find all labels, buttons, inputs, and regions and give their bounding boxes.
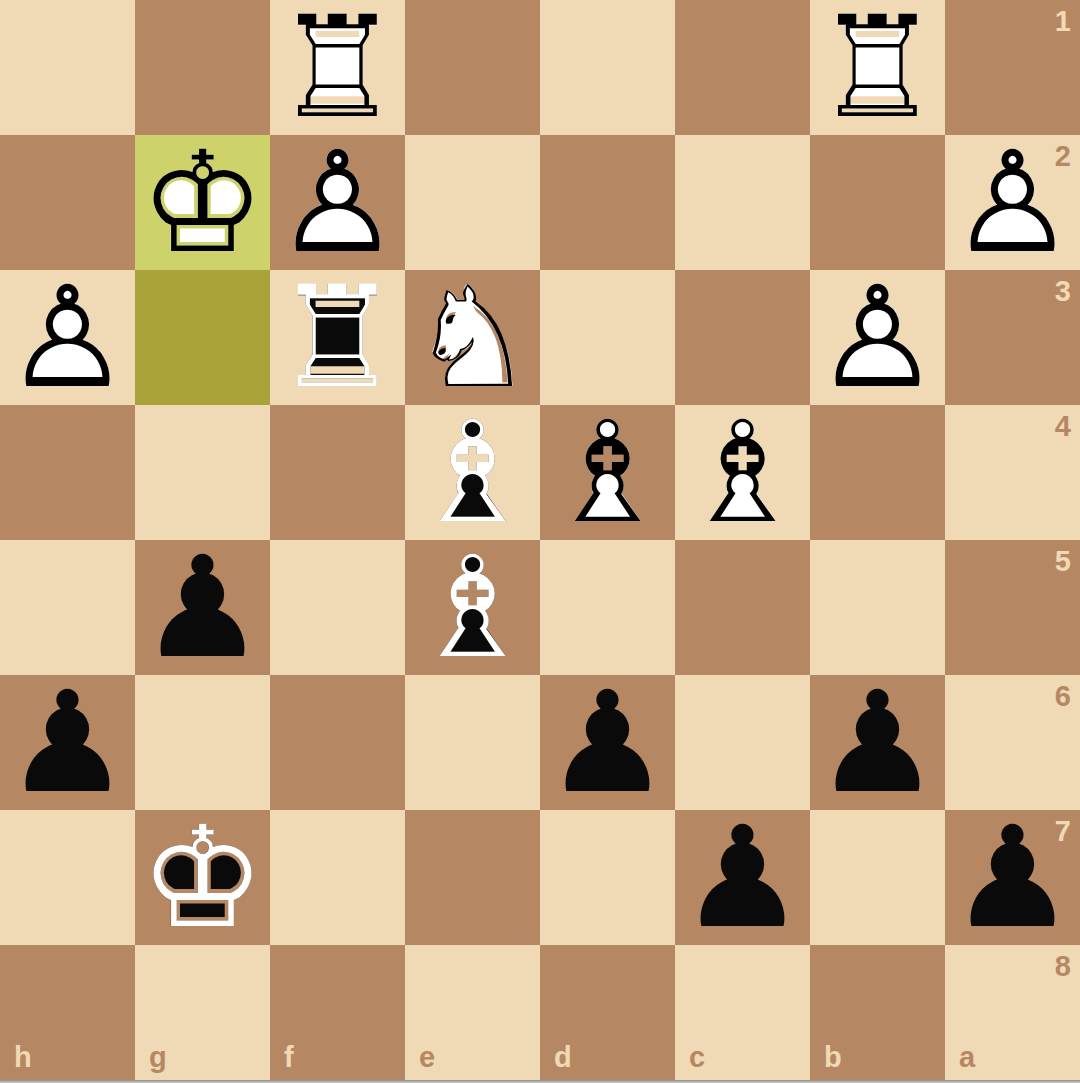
square-c5[interactable] — [675, 540, 810, 675]
file-label-g: g — [149, 1043, 167, 1072]
square-h4[interactable] — [0, 405, 135, 540]
file-label-c: c — [689, 1043, 705, 1072]
square-c1[interactable] — [675, 0, 810, 135]
white-pawn[interactable]: ♟♙ — [810, 270, 945, 405]
square-h7[interactable] — [0, 810, 135, 945]
square-d4[interactable]: ♝♗ — [540, 405, 675, 540]
square-c6[interactable] — [675, 675, 810, 810]
file-label-b: b — [824, 1043, 842, 1072]
square-c8[interactable]: c — [675, 945, 810, 1080]
white-rook-outline: ♖ — [815, 0, 941, 138]
white-pawn[interactable]: ♟♙ — [0, 270, 135, 405]
square-g4[interactable] — [135, 405, 270, 540]
square-f4[interactable] — [270, 405, 405, 540]
square-b1[interactable]: ♜♖ — [810, 0, 945, 135]
white-king[interactable]: ♚♔ — [135, 135, 270, 270]
black-rook-outline: ♖ — [275, 268, 401, 408]
black-bishop-outline: ♗ — [410, 538, 536, 678]
white-pawn[interactable]: ♟♙ — [945, 135, 1080, 270]
black-bishop[interactable]: ♝♗ — [405, 405, 540, 540]
black-pawn[interactable]: ♟ — [0, 675, 135, 810]
square-d5[interactable] — [540, 540, 675, 675]
square-h1[interactable] — [0, 0, 135, 135]
black-pawn-glyph: ♟ — [545, 673, 671, 813]
square-b4[interactable] — [810, 405, 945, 540]
white-bishop-outline: ♗ — [680, 403, 806, 543]
square-c3[interactable] — [675, 270, 810, 405]
file-label-e: e — [419, 1043, 435, 1072]
square-e6[interactable] — [405, 675, 540, 810]
black-bishop-outline: ♗ — [410, 403, 536, 543]
square-g1[interactable] — [135, 0, 270, 135]
square-b3[interactable]: ♟♙ — [810, 270, 945, 405]
square-f3[interactable]: ♜♖ — [270, 270, 405, 405]
square-a1[interactable]: 1 — [945, 0, 1080, 135]
square-h8[interactable]: h — [0, 945, 135, 1080]
square-d3[interactable] — [540, 270, 675, 405]
square-f1[interactable]: ♜♖ — [270, 0, 405, 135]
square-e5[interactable]: ♝♗ — [405, 540, 540, 675]
square-f2[interactable]: ♟♙ — [270, 135, 405, 270]
rank-label-3: 3 — [1055, 277, 1071, 306]
square-a5[interactable]: 5 — [945, 540, 1080, 675]
square-g5[interactable]: ♟ — [135, 540, 270, 675]
file-label-h: h — [14, 1043, 32, 1072]
square-g2[interactable]: ♚♔ — [135, 135, 270, 270]
white-rook-outline: ♖ — [275, 0, 401, 138]
rank-label-1: 1 — [1055, 7, 1071, 36]
square-g3[interactable] — [135, 270, 270, 405]
square-c7[interactable]: ♟ — [675, 810, 810, 945]
square-d1[interactable] — [540, 0, 675, 135]
white-bishop[interactable]: ♝♗ — [675, 405, 810, 540]
file-label-d: d — [554, 1043, 572, 1072]
square-e2[interactable] — [405, 135, 540, 270]
black-pawn-glyph: ♟ — [680, 808, 806, 948]
square-e7[interactable] — [405, 810, 540, 945]
rank-label-6: 6 — [1055, 682, 1071, 711]
white-pawn-outline: ♙ — [950, 133, 1076, 273]
file-label-a: a — [959, 1043, 975, 1072]
white-king-outline: ♔ — [140, 133, 266, 273]
square-a7[interactable]: 7♟ — [945, 810, 1080, 945]
file-label-f: f — [284, 1043, 294, 1072]
square-c2[interactable] — [675, 135, 810, 270]
black-pawn-glyph: ♟ — [140, 538, 266, 678]
square-h5[interactable] — [0, 540, 135, 675]
square-h2[interactable] — [0, 135, 135, 270]
square-b7[interactable] — [810, 810, 945, 945]
black-rook[interactable]: ♜♖ — [270, 270, 405, 405]
square-f5[interactable] — [270, 540, 405, 675]
white-knight-outline: ♘ — [410, 268, 536, 408]
black-pawn[interactable]: ♟ — [675, 810, 810, 945]
black-pawn[interactable]: ♟ — [540, 675, 675, 810]
square-c4[interactable]: ♝♗ — [675, 405, 810, 540]
square-e1[interactable] — [405, 0, 540, 135]
square-h3[interactable]: ♟♙ — [0, 270, 135, 405]
rank-label-4: 4 — [1055, 412, 1071, 441]
square-d6[interactable]: ♟ — [540, 675, 675, 810]
square-e8[interactable]: e — [405, 945, 540, 1080]
square-f6[interactable] — [270, 675, 405, 810]
square-g7[interactable]: ♚♔ — [135, 810, 270, 945]
square-b6[interactable]: ♟ — [810, 675, 945, 810]
square-e3[interactable]: ♞♘ — [405, 270, 540, 405]
black-pawn[interactable]: ♟ — [945, 810, 1080, 945]
black-pawn[interactable]: ♟ — [810, 675, 945, 810]
white-rook[interactable]: ♜♖ — [270, 0, 405, 135]
white-knight[interactable]: ♞♘ — [405, 270, 540, 405]
black-pawn-glyph: ♟ — [815, 673, 941, 813]
white-rook[interactable]: ♜♖ — [810, 0, 945, 135]
chess-board-container: ♜♖♜♖1♚♔♟♙2♟♙♟♙♜♖♞♘♟♙3♝♗♝♗♝♗4♟♝♗5♟♟♟6♚♔♟7… — [0, 0, 1080, 1083]
black-king[interactable]: ♚♔ — [135, 810, 270, 945]
black-pawn-glyph: ♟ — [5, 673, 131, 813]
rank-label-8: 8 — [1055, 952, 1071, 981]
square-b5[interactable] — [810, 540, 945, 675]
black-pawn-glyph: ♟ — [950, 808, 1076, 948]
square-a6[interactable]: 6 — [945, 675, 1080, 810]
square-a3[interactable]: 3 — [945, 270, 1080, 405]
white-pawn-outline: ♙ — [815, 268, 941, 408]
white-pawn-outline: ♙ — [5, 268, 131, 408]
square-d7[interactable] — [540, 810, 675, 945]
square-d8[interactable]: d — [540, 945, 675, 1080]
square-f8[interactable]: f — [270, 945, 405, 1080]
square-a4[interactable]: 4 — [945, 405, 1080, 540]
square-a8[interactable]: 8a — [945, 945, 1080, 1080]
square-e4[interactable]: ♝♗ — [405, 405, 540, 540]
black-king-outline: ♔ — [140, 808, 266, 948]
square-b8[interactable]: b — [810, 945, 945, 1080]
chess-board: ♜♖♜♖1♚♔♟♙2♟♙♟♙♜♖♞♘♟♙3♝♗♝♗♝♗4♟♝♗5♟♟♟6♚♔♟7… — [0, 0, 1080, 1080]
square-b2[interactable] — [810, 135, 945, 270]
black-pawn[interactable]: ♟ — [135, 540, 270, 675]
square-f7[interactable] — [270, 810, 405, 945]
square-d2[interactable] — [540, 135, 675, 270]
white-bishop-outline: ♗ — [545, 403, 671, 543]
square-h6[interactable]: ♟ — [0, 675, 135, 810]
square-a2[interactable]: 2♟♙ — [945, 135, 1080, 270]
black-bishop[interactable]: ♝♗ — [405, 540, 540, 675]
white-bishop[interactable]: ♝♗ — [540, 405, 675, 540]
rank-label-5: 5 — [1055, 547, 1071, 576]
square-g8[interactable]: g — [135, 945, 270, 1080]
white-pawn[interactable]: ♟♙ — [270, 135, 405, 270]
white-pawn-outline: ♙ — [275, 133, 401, 273]
square-g6[interactable] — [135, 675, 270, 810]
